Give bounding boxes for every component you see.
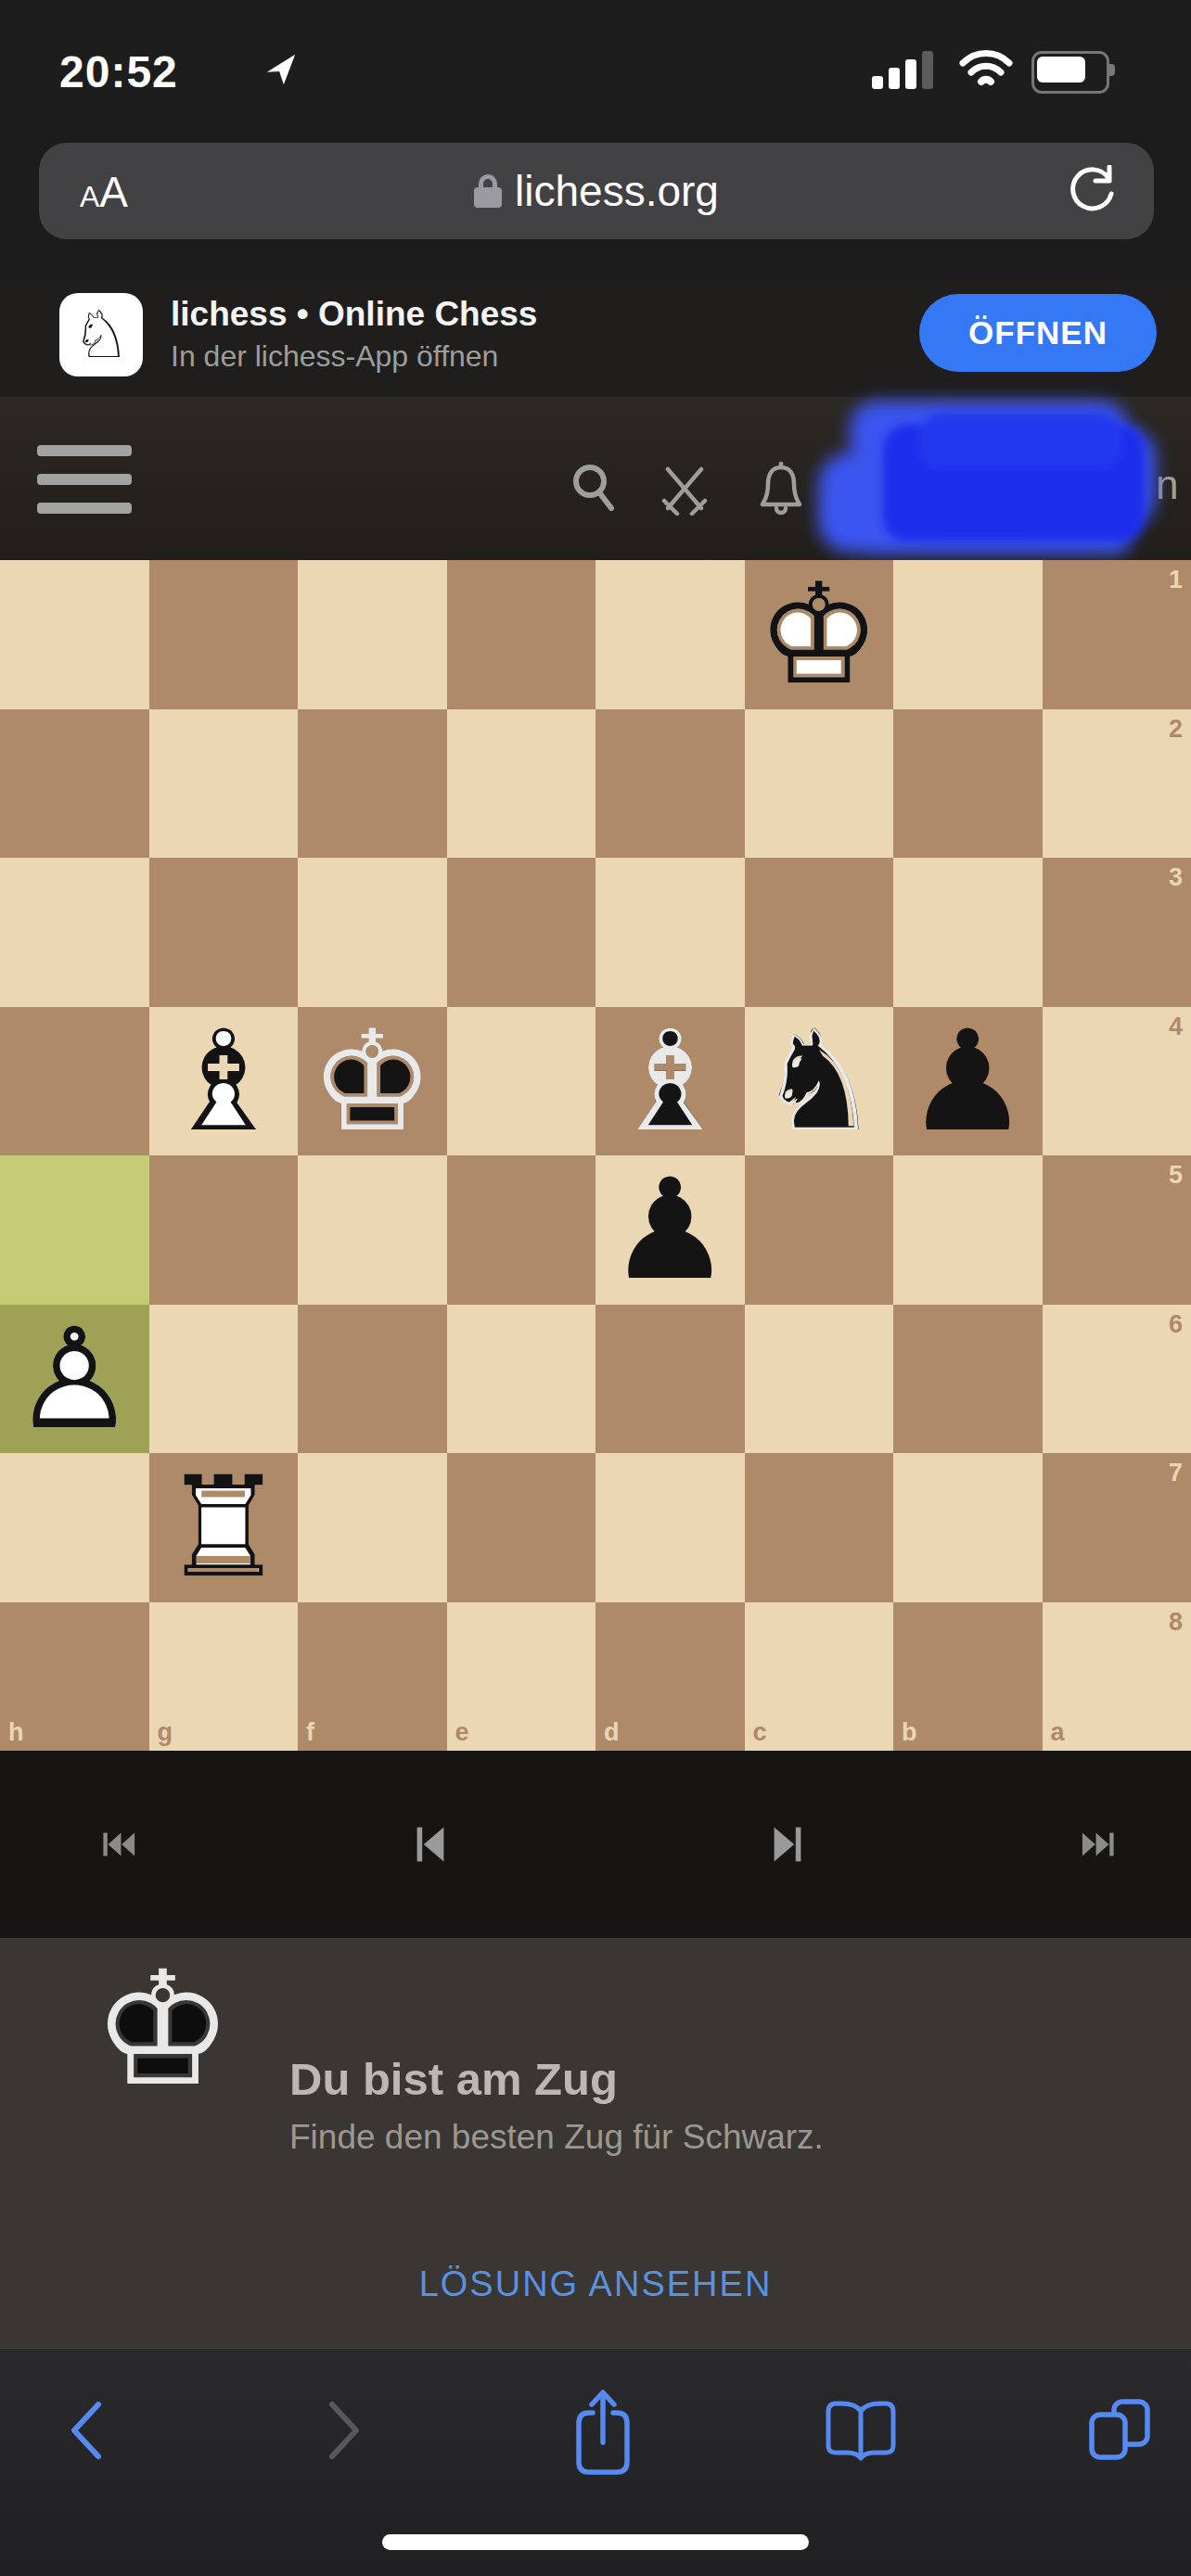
iphone-screen: 20:52 AA lichess.org ♘ <box>0 0 1191 2576</box>
url-text: lichess.org <box>515 166 719 216</box>
square-e1[interactable] <box>447 560 596 709</box>
chess-board: ♚♔123♝♗♚♔♝♗♞♘♟4♟5♟♙6♜♖7hgfedcb8a <box>0 560 1191 1751</box>
square-c5[interactable] <box>745 1155 894 1305</box>
square-a4[interactable]: 4 <box>1043 1007 1191 1156</box>
square-b5[interactable] <box>893 1155 1043 1305</box>
back-icon <box>65 2399 106 2462</box>
square-b3[interactable] <box>893 858 1043 1007</box>
square-h2[interactable] <box>0 709 149 859</box>
square-f6[interactable] <box>298 1305 447 1454</box>
next-move-button[interactable] <box>726 1789 856 1900</box>
location-arrow-icon <box>263 52 299 87</box>
square-h1[interactable] <box>0 560 149 709</box>
status-bar: 20:52 <box>0 0 1191 135</box>
square-g5[interactable] <box>149 1155 299 1305</box>
square-a1[interactable]: 1 <box>1043 560 1191 709</box>
square-a6[interactable]: 6 <box>1043 1305 1191 1454</box>
square-e2[interactable] <box>447 709 596 859</box>
square-c4[interactable]: ♞♘ <box>745 1007 894 1156</box>
rank-label-7: 7 <box>1169 1460 1183 1486</box>
forward-icon <box>325 2399 365 2462</box>
file-label-a: a <box>1051 1720 1065 1745</box>
first-move-button[interactable] <box>55 1789 185 1900</box>
piece-white-bishop[interactable]: ♝♗ <box>149 1007 299 1156</box>
battery-icon <box>1031 51 1117 90</box>
piece-white-rook[interactable]: ♜♖ <box>149 1453 299 1602</box>
square-a8[interactable]: 8a <box>1043 1602 1191 1752</box>
banner-title: lichess • Online Chess <box>171 295 537 334</box>
menu-button[interactable] <box>37 445 132 515</box>
file-label-g: g <box>158 1720 173 1745</box>
square-a7[interactable]: 7 <box>1043 1453 1191 1602</box>
rank-label-3: 3 <box>1169 865 1183 890</box>
bookmarks-book-icon <box>823 2400 899 2461</box>
square-d7[interactable] <box>595 1453 745 1602</box>
square-e4[interactable] <box>447 1007 596 1156</box>
black-king-icon: ♚♔ <box>82 1945 244 2108</box>
piece-black-king[interactable]: ♚♔ <box>298 1007 447 1156</box>
move-navigation <box>0 1751 1191 1938</box>
clock: 20:52 <box>59 46 178 97</box>
banner-subtitle: In der lichess-App öffnen <box>171 339 498 374</box>
piece-black-knight[interactable]: ♞♘ <box>745 1007 894 1156</box>
square-f4[interactable]: ♚♔ <box>298 1007 447 1156</box>
lichess-app-icon: ♘ <box>59 293 143 376</box>
square-b1[interactable] <box>893 560 1043 709</box>
reload-button[interactable] <box>1067 165 1117 219</box>
rank-label-8: 8 <box>1169 1610 1183 1635</box>
rank-label-1: 1 <box>1169 567 1183 593</box>
square-c6[interactable] <box>745 1305 894 1454</box>
square-c7[interactable] <box>745 1453 894 1602</box>
piece-white-pawn[interactable]: ♟♙ <box>0 1305 149 1454</box>
square-e6[interactable] <box>447 1305 596 1454</box>
square-h7[interactable] <box>0 1453 149 1602</box>
file-label-d: d <box>604 1720 620 1745</box>
view-solution-link[interactable]: LÖSUNG ANSEHEN <box>0 2264 1191 2304</box>
square-b7[interactable] <box>893 1453 1043 1602</box>
file-label-e: e <box>455 1720 469 1745</box>
last-move-button[interactable] <box>1032 1789 1162 1900</box>
file-label-f: f <box>306 1720 314 1745</box>
browser-toolbar <box>0 2348 1191 2576</box>
rank-label-4: 4 <box>1169 1014 1183 1039</box>
square-e7[interactable] <box>447 1453 596 1602</box>
square-h8[interactable]: h <box>0 1602 149 1752</box>
square-g3[interactable] <box>149 858 299 1007</box>
back-button[interactable] <box>20 2375 150 2486</box>
rank-label-6: 6 <box>1169 1312 1183 1337</box>
square-e3[interactable] <box>447 858 596 1007</box>
square-e5[interactable] <box>447 1155 596 1305</box>
previous-move-icon <box>404 1817 449 1871</box>
square-c2[interactable] <box>745 709 894 859</box>
previous-move-button[interactable] <box>362 1789 492 1900</box>
cellular-signal-icon <box>872 50 937 89</box>
square-h6[interactable]: ♟♙ <box>0 1305 149 1454</box>
square-b6[interactable] <box>893 1305 1043 1454</box>
square-d8[interactable]: d <box>595 1602 745 1752</box>
square-f3[interactable] <box>298 858 447 1007</box>
bookmarks-button[interactable] <box>796 2375 926 2486</box>
last-move-icon <box>1073 1824 1121 1865</box>
square-d4[interactable]: ♝♗ <box>595 1007 745 1156</box>
rank-label-2: 2 <box>1169 717 1183 742</box>
tabs-button[interactable] <box>1054 2375 1184 2486</box>
piece-black-pawn[interactable]: ♟ <box>893 1007 1043 1156</box>
square-c1[interactable]: ♚♔ <box>745 560 894 709</box>
search-icon[interactable] <box>570 462 618 514</box>
forward-button[interactable] <box>280 2375 410 2486</box>
crossed-swords-icon[interactable] <box>657 462 712 516</box>
privacy-scribble <box>798 380 1191 566</box>
square-c8[interactable]: c <box>745 1602 894 1752</box>
square-d6[interactable] <box>595 1305 745 1454</box>
square-g8[interactable]: g <box>149 1602 299 1752</box>
square-a3[interactable]: 3 <box>1043 858 1191 1007</box>
first-move-icon <box>96 1824 144 1865</box>
square-f5[interactable] <box>298 1155 447 1305</box>
open-app-button[interactable]: ÖFFNEN <box>919 294 1157 372</box>
square-d5[interactable]: ♟ <box>595 1155 745 1305</box>
rank-label-5: 5 <box>1169 1163 1183 1188</box>
file-label-b: b <box>902 1720 917 1745</box>
file-label-h: h <box>8 1720 24 1745</box>
piece-black-pawn[interactable]: ♟ <box>595 1155 745 1305</box>
lock-icon <box>474 174 502 208</box>
square-f1[interactable] <box>298 560 447 709</box>
wifi-icon <box>957 48 1015 89</box>
square-h5[interactable] <box>0 1155 149 1305</box>
square-c3[interactable] <box>745 858 894 1007</box>
square-f7[interactable] <box>298 1453 447 1602</box>
square-a5[interactable]: 5 <box>1043 1155 1191 1305</box>
square-g7[interactable]: ♜♖ <box>149 1453 299 1602</box>
piece-black-bishop[interactable]: ♝♗ <box>595 1007 745 1156</box>
address-bar[interactable]: AA lichess.org <box>39 143 1154 239</box>
square-h4[interactable] <box>0 1007 149 1156</box>
site-header: n <box>0 397 1191 560</box>
puzzle-subtitle: Finde den besten Zug für Schwarz. <box>289 2118 824 2157</box>
piece-white-king[interactable]: ♚♔ <box>745 560 894 709</box>
share-button[interactable] <box>538 2375 668 2486</box>
square-g4[interactable]: ♝♗ <box>149 1007 299 1156</box>
share-icon <box>567 2385 639 2476</box>
square-a2[interactable]: 2 <box>1043 709 1191 859</box>
home-indicator[interactable] <box>382 2534 809 2550</box>
tabs-icon <box>1084 2396 1153 2465</box>
puzzle-title: Du bist am Zug <box>289 2053 618 2105</box>
browser-chrome: AA lichess.org <box>0 135 1191 278</box>
puzzle-panel: ♚♔ Du bist am Zug Finde den besten Zug f… <box>0 1938 1191 2348</box>
square-b4[interactable]: ♟ <box>893 1007 1043 1156</box>
square-b2[interactable] <box>893 709 1043 859</box>
knight-logo-icon: ♘ <box>72 293 131 376</box>
square-d2[interactable] <box>595 709 745 859</box>
square-g2[interactable] <box>149 709 299 859</box>
square-d3[interactable] <box>595 858 745 1007</box>
square-f2[interactable] <box>298 709 447 859</box>
square-f8[interactable]: f <box>298 1602 447 1752</box>
square-e8[interactable]: e <box>447 1602 596 1752</box>
square-b8[interactable]: b <box>893 1602 1043 1752</box>
square-d1[interactable] <box>595 560 745 709</box>
square-h3[interactable] <box>0 858 149 1007</box>
file-label-c: c <box>753 1720 767 1745</box>
smart-app-banner: ♘ lichess • Online Chess In der lichess-… <box>0 278 1191 397</box>
square-g6[interactable] <box>149 1305 299 1454</box>
square-g1[interactable] <box>149 560 299 709</box>
next-move-icon <box>769 1817 813 1871</box>
